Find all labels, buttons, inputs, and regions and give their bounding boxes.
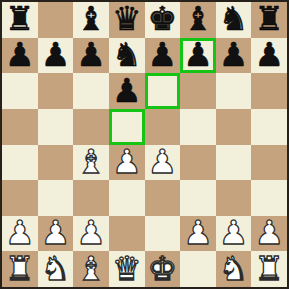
square-g8[interactable]: ♞ — [216, 2, 252, 38]
square-a6[interactable] — [2, 73, 38, 109]
square-f2[interactable]: ♟ — [180, 216, 216, 252]
square-g1[interactable]: ♞ — [216, 251, 252, 287]
square-d8[interactable]: ♛ — [109, 2, 145, 38]
square-f5[interactable] — [180, 109, 216, 145]
square-e5[interactable] — [145, 109, 181, 145]
square-g2[interactable]: ♟ — [216, 216, 252, 252]
square-g6[interactable] — [216, 73, 252, 109]
piece-black-bishop[interactable]: ♝ — [183, 2, 213, 35]
piece-white-rook[interactable]: ♜ — [5, 252, 35, 285]
piece-white-pawn[interactable]: ♟ — [76, 216, 106, 249]
piece-black-bishop[interactable]: ♝ — [76, 2, 106, 35]
square-b7[interactable]: ♟ — [38, 38, 74, 74]
square-h5[interactable] — [251, 109, 287, 145]
piece-white-pawn[interactable]: ♟ — [41, 216, 71, 249]
piece-white-pawn[interactable]: ♟ — [183, 216, 213, 249]
square-b1[interactable]: ♞ — [38, 251, 74, 287]
square-c4[interactable]: ♝ — [73, 145, 109, 181]
square-c5[interactable] — [73, 109, 109, 145]
square-f4[interactable] — [180, 145, 216, 181]
piece-white-pawn[interactable]: ♟ — [5, 216, 35, 249]
square-h7[interactable]: ♟ — [251, 38, 287, 74]
piece-white-knight[interactable]: ♞ — [219, 252, 249, 285]
piece-white-knight[interactable]: ♞ — [41, 252, 71, 285]
piece-black-king[interactable]: ♚ — [148, 2, 178, 35]
piece-black-pawn[interactable]: ♟ — [112, 74, 142, 107]
square-c8[interactable]: ♝ — [73, 2, 109, 38]
piece-white-pawn[interactable]: ♟ — [112, 145, 142, 178]
square-b6[interactable] — [38, 73, 74, 109]
square-b4[interactable] — [38, 145, 74, 181]
square-e6[interactable] — [145, 73, 181, 109]
square-a4[interactable] — [2, 145, 38, 181]
piece-black-pawn[interactable]: ♟ — [219, 38, 249, 71]
square-c7[interactable]: ♟ — [73, 38, 109, 74]
piece-black-knight[interactable]: ♞ — [112, 38, 142, 71]
square-a8[interactable]: ♜ — [2, 2, 38, 38]
square-g5[interactable] — [216, 109, 252, 145]
square-b8[interactable] — [38, 2, 74, 38]
square-e4[interactable]: ♟ — [145, 145, 181, 181]
piece-black-queen[interactable]: ♛ — [112, 2, 142, 35]
piece-black-pawn[interactable]: ♟ — [5, 38, 35, 71]
square-b5[interactable] — [38, 109, 74, 145]
piece-black-rook[interactable]: ♜ — [5, 2, 35, 35]
square-a3[interactable] — [2, 180, 38, 216]
piece-black-pawn[interactable]: ♟ — [76, 38, 106, 71]
square-c1[interactable]: ♝ — [73, 251, 109, 287]
square-d1[interactable]: ♛ — [109, 251, 145, 287]
square-d7[interactable]: ♞ — [109, 38, 145, 74]
square-c2[interactable]: ♟ — [73, 216, 109, 252]
piece-white-queen[interactable]: ♛ — [112, 252, 142, 285]
square-h1[interactable]: ♜ — [251, 251, 287, 287]
square-g4[interactable] — [216, 145, 252, 181]
square-f8[interactable]: ♝ — [180, 2, 216, 38]
square-d2[interactable] — [109, 216, 145, 252]
square-h2[interactable]: ♟ — [251, 216, 287, 252]
square-f6[interactable] — [180, 73, 216, 109]
square-b2[interactable]: ♟ — [38, 216, 74, 252]
square-f7[interactable]: ♟ — [180, 38, 216, 74]
square-e8[interactable]: ♚ — [145, 2, 181, 38]
square-g7[interactable]: ♟ — [216, 38, 252, 74]
piece-black-pawn[interactable]: ♟ — [148, 38, 178, 71]
square-a7[interactable]: ♟ — [2, 38, 38, 74]
square-e1[interactable]: ♚ — [145, 251, 181, 287]
square-f3[interactable] — [180, 180, 216, 216]
piece-white-rook[interactable]: ♜ — [254, 252, 284, 285]
square-h8[interactable]: ♜ — [251, 2, 287, 38]
piece-white-bishop[interactable]: ♝ — [76, 252, 106, 285]
square-d5[interactable] — [109, 109, 145, 145]
piece-black-rook[interactable]: ♜ — [254, 2, 284, 35]
square-e7[interactable]: ♟ — [145, 38, 181, 74]
piece-black-pawn[interactable]: ♟ — [41, 38, 71, 71]
piece-black-pawn[interactable]: ♟ — [183, 38, 213, 71]
piece-white-pawn[interactable]: ♟ — [254, 216, 284, 249]
square-g3[interactable] — [216, 180, 252, 216]
chess-board: ♜♝♛♚♝♞♜♟♟♟♞♟♟♟♟♟♝♟♟♟♟♟♟♟♟♜♞♝♛♚♞♜ — [0, 0, 289, 289]
square-f1[interactable] — [180, 251, 216, 287]
square-e2[interactable] — [145, 216, 181, 252]
square-d3[interactable] — [109, 180, 145, 216]
piece-white-pawn[interactable]: ♟ — [219, 216, 249, 249]
piece-black-pawn[interactable]: ♟ — [254, 38, 284, 71]
square-h4[interactable] — [251, 145, 287, 181]
square-b3[interactable] — [38, 180, 74, 216]
square-e3[interactable] — [145, 180, 181, 216]
square-d6[interactable]: ♟ — [109, 73, 145, 109]
piece-white-bishop[interactable]: ♝ — [76, 145, 106, 178]
square-a2[interactable]: ♟ — [2, 216, 38, 252]
square-d4[interactable]: ♟ — [109, 145, 145, 181]
square-a1[interactable]: ♜ — [2, 251, 38, 287]
square-a5[interactable] — [2, 109, 38, 145]
piece-black-knight[interactable]: ♞ — [219, 2, 249, 35]
piece-white-pawn[interactable]: ♟ — [148, 145, 178, 178]
square-h3[interactable] — [251, 180, 287, 216]
piece-white-king[interactable]: ♚ — [148, 252, 178, 285]
square-h6[interactable] — [251, 73, 287, 109]
square-c6[interactable] — [73, 73, 109, 109]
square-c3[interactable] — [73, 180, 109, 216]
